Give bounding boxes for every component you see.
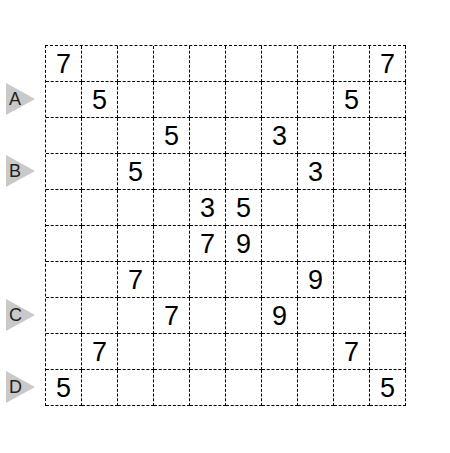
cell-r4c7[interactable] — [262, 154, 298, 190]
cell-r2c9-clue[interactable]: 5 — [334, 82, 370, 118]
clue-number: 7 — [344, 339, 359, 366]
clue-number: 7 — [56, 51, 71, 78]
cell-r8c1[interactable] — [46, 298, 82, 334]
cell-r10c7[interactable] — [262, 370, 298, 406]
cell-r5c10[interactable] — [370, 190, 406, 226]
cell-r4c10[interactable] — [370, 154, 406, 190]
cell-r3c8[interactable] — [298, 118, 334, 154]
cell-r10c3[interactable] — [118, 370, 154, 406]
cell-r5c9[interactable] — [334, 190, 370, 226]
clue-number: 3 — [272, 123, 287, 150]
clue-number: 5 — [380, 375, 395, 402]
cell-r7c1[interactable] — [46, 262, 82, 298]
cell-r6c1[interactable] — [46, 226, 82, 262]
cell-r6c8[interactable] — [298, 226, 334, 262]
cell-r9c1[interactable] — [46, 334, 82, 370]
marker-label: B — [9, 162, 21, 180]
cell-r7c2[interactable] — [82, 262, 118, 298]
clue-number: 7 — [200, 231, 215, 258]
cell-r9c3[interactable] — [118, 334, 154, 370]
marker-label: D — [9, 378, 22, 396]
cell-r9c5[interactable] — [190, 334, 226, 370]
cell-r6c2[interactable] — [82, 226, 118, 262]
cell-r8c6[interactable] — [226, 298, 262, 334]
cell-r7c8-clue[interactable]: 9 — [298, 262, 334, 298]
cell-r6c9[interactable] — [334, 226, 370, 262]
cell-r9c9-clue[interactable]: 7 — [334, 334, 370, 370]
clue-number: 5 — [164, 123, 179, 150]
cell-r4c9[interactable] — [334, 154, 370, 190]
cell-r6c10[interactable] — [370, 226, 406, 262]
cell-r6c4[interactable] — [154, 226, 190, 262]
cell-r3c5[interactable] — [190, 118, 226, 154]
clue-number: 5 — [128, 159, 143, 186]
cell-r1c4[interactable] — [154, 46, 190, 82]
cell-r3c6[interactable] — [226, 118, 262, 154]
row-marker-d: D — [6, 371, 35, 403]
cell-r7c5[interactable] — [190, 262, 226, 298]
cell-r4c3-clue[interactable]: 5 — [118, 154, 154, 190]
cell-r9c10[interactable] — [370, 334, 406, 370]
cell-r5c2[interactable] — [82, 190, 118, 226]
clue-number: 9 — [308, 267, 323, 294]
cell-r6c7[interactable] — [262, 226, 298, 262]
clue-number: 9 — [236, 231, 251, 258]
cell-r7c6[interactable] — [226, 262, 262, 298]
clue-number: 5 — [236, 195, 251, 222]
cell-r3c9[interactable] — [334, 118, 370, 154]
cell-r10c10-clue[interactable]: 5 — [370, 370, 406, 406]
cell-r6c6-clue[interactable]: 9 — [226, 226, 262, 262]
cell-r2c5[interactable] — [190, 82, 226, 118]
cell-r8c5[interactable] — [190, 298, 226, 334]
cell-r5c7[interactable] — [262, 190, 298, 226]
row-marker-c: C — [6, 299, 35, 331]
cell-r3c3[interactable] — [118, 118, 154, 154]
cell-r4c8-clue[interactable]: 3 — [298, 154, 334, 190]
cell-r1c10-clue[interactable]: 7 — [370, 46, 406, 82]
clue-number: 7 — [128, 267, 143, 294]
cell-r5c3[interactable] — [118, 190, 154, 226]
cell-r8c4-clue[interactable]: 7 — [154, 298, 190, 334]
cell-r4c2[interactable] — [82, 154, 118, 190]
cell-r1c2[interactable] — [82, 46, 118, 82]
cell-r2c6[interactable] — [226, 82, 262, 118]
cell-r2c4[interactable] — [154, 82, 190, 118]
cell-r3c10[interactable] — [370, 118, 406, 154]
cell-r8c3[interactable] — [118, 298, 154, 334]
cell-r2c8[interactable] — [298, 82, 334, 118]
cell-r4c5[interactable] — [190, 154, 226, 190]
cell-r8c8[interactable] — [298, 298, 334, 334]
clue-number: 5 — [92, 87, 107, 114]
clue-number: 5 — [344, 87, 359, 114]
clue-number: 3 — [200, 195, 215, 222]
cell-r9c2-clue[interactable]: 7 — [82, 334, 118, 370]
cell-r10c2[interactable] — [82, 370, 118, 406]
cell-r8c10[interactable] — [370, 298, 406, 334]
cell-r10c6[interactable] — [226, 370, 262, 406]
cell-r1c9[interactable] — [334, 46, 370, 82]
clue-number: 7 — [164, 303, 179, 330]
clue-number: 7 — [92, 339, 107, 366]
clue-number: 9 — [272, 303, 287, 330]
marker-label: A — [9, 90, 21, 108]
cell-r9c7[interactable] — [262, 334, 298, 370]
cell-r10c1-clue[interactable]: 5 — [46, 370, 82, 406]
cell-r8c9[interactable] — [334, 298, 370, 334]
clue-number: 5 — [56, 375, 71, 402]
cell-r2c2-clue[interactable]: 5 — [82, 82, 118, 118]
marker-label: C — [9, 306, 22, 324]
cell-r1c7[interactable] — [262, 46, 298, 82]
cell-r5c6-clue[interactable]: 5 — [226, 190, 262, 226]
puzzle-board: 77555353357979797755 — [45, 45, 406, 406]
cell-r9c4[interactable] — [154, 334, 190, 370]
cell-r10c5[interactable] — [190, 370, 226, 406]
cell-r2c1[interactable] — [46, 82, 82, 118]
cell-r3c2[interactable] — [82, 118, 118, 154]
cell-r1c6[interactable] — [226, 46, 262, 82]
cell-r3c1[interactable] — [46, 118, 82, 154]
cell-r7c9[interactable] — [334, 262, 370, 298]
clue-number: 3 — [308, 159, 323, 186]
cell-r2c3[interactable] — [118, 82, 154, 118]
cell-r7c7[interactable] — [262, 262, 298, 298]
cell-r5c5-clue[interactable]: 3 — [190, 190, 226, 226]
cell-r3c4-clue[interactable]: 5 — [154, 118, 190, 154]
cell-r1c3[interactable] — [118, 46, 154, 82]
cell-r1c5[interactable] — [190, 46, 226, 82]
cell-r6c3[interactable] — [118, 226, 154, 262]
cell-r4c4[interactable] — [154, 154, 190, 190]
row-marker-b: B — [6, 155, 35, 187]
cell-r1c1-clue[interactable]: 7 — [46, 46, 82, 82]
cell-r4c1[interactable] — [46, 154, 82, 190]
cell-r5c8[interactable] — [298, 190, 334, 226]
cell-r7c3-clue[interactable]: 7 — [118, 262, 154, 298]
cell-r9c8[interactable] — [298, 334, 334, 370]
cell-r8c7-clue[interactable]: 9 — [262, 298, 298, 334]
cell-r6c5-clue[interactable]: 7 — [190, 226, 226, 262]
cell-r10c4[interactable] — [154, 370, 190, 406]
cell-r2c7[interactable] — [262, 82, 298, 118]
cell-r1c8[interactable] — [298, 46, 334, 82]
cell-r7c10[interactable] — [370, 262, 406, 298]
cell-r5c4[interactable] — [154, 190, 190, 226]
cell-r4c6[interactable] — [226, 154, 262, 190]
cell-r5c1[interactable] — [46, 190, 82, 226]
cell-r3c7-clue[interactable]: 3 — [262, 118, 298, 154]
cell-r7c4[interactable] — [154, 262, 190, 298]
cell-r10c8[interactable] — [298, 370, 334, 406]
puzzle-page: 77555353357979797755 ABCD — [0, 0, 450, 453]
row-marker-a: A — [6, 83, 35, 115]
cell-r9c6[interactable] — [226, 334, 262, 370]
cell-r8c2[interactable] — [82, 298, 118, 334]
cell-r2c10[interactable] — [370, 82, 406, 118]
clue-number: 7 — [380, 51, 395, 78]
cell-r10c9[interactable] — [334, 370, 370, 406]
